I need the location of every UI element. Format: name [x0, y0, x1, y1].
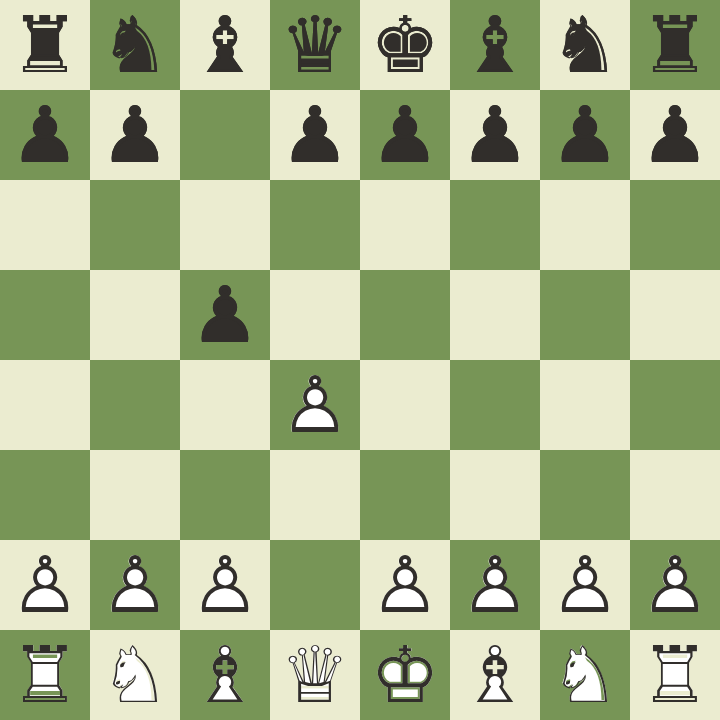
- piece-white-pawn[interactable]: ♟♙: [0, 540, 90, 630]
- square-e7[interactable]: ♟♙: [360, 90, 450, 180]
- square-g2[interactable]: ♟♙: [540, 540, 630, 630]
- square-e3[interactable]: [360, 450, 450, 540]
- white-pawn-outline: ♙: [270, 360, 360, 450]
- piece-black-pawn[interactable]: ♟♙: [0, 90, 90, 180]
- piece-white-knight[interactable]: ♞♘: [540, 630, 630, 720]
- piece-white-pawn[interactable]: ♟♙: [270, 360, 360, 450]
- square-d4[interactable]: ♟♙: [270, 360, 360, 450]
- piece-white-rook[interactable]: ♜♖: [0, 630, 90, 720]
- square-d7[interactable]: ♟♙: [270, 90, 360, 180]
- black-knight-outline: ♘: [90, 0, 180, 90]
- piece-white-knight[interactable]: ♞♘: [90, 630, 180, 720]
- square-a2[interactable]: ♟♙: [0, 540, 90, 630]
- piece-white-rook[interactable]: ♜♖: [630, 630, 720, 720]
- square-a3[interactable]: [0, 450, 90, 540]
- black-pawn-outline: ♙: [450, 90, 540, 180]
- white-queen-outline: ♕: [270, 630, 360, 720]
- black-rook-outline: ♖: [0, 0, 90, 90]
- piece-black-pawn[interactable]: ♟♙: [90, 90, 180, 180]
- square-a6[interactable]: [0, 180, 90, 270]
- square-b3[interactable]: [90, 450, 180, 540]
- white-pawn-outline: ♙: [630, 540, 720, 630]
- square-f2[interactable]: ♟♙: [450, 540, 540, 630]
- square-h4[interactable]: [630, 360, 720, 450]
- square-c3[interactable]: [180, 450, 270, 540]
- square-f5[interactable]: [450, 270, 540, 360]
- piece-black-pawn[interactable]: ♟♙: [360, 90, 450, 180]
- piece-black-bishop[interactable]: ♝♗: [180, 0, 270, 90]
- white-knight-outline: ♘: [90, 630, 180, 720]
- square-b1[interactable]: ♞♘: [90, 630, 180, 720]
- square-h6[interactable]: [630, 180, 720, 270]
- piece-black-knight[interactable]: ♞♘: [540, 0, 630, 90]
- square-h5[interactable]: [630, 270, 720, 360]
- piece-white-king[interactable]: ♚♔: [360, 630, 450, 720]
- piece-white-pawn[interactable]: ♟♙: [180, 540, 270, 630]
- square-e8[interactable]: ♚♔: [360, 0, 450, 90]
- white-bishop-outline: ♗: [450, 630, 540, 720]
- piece-black-pawn[interactable]: ♟♙: [540, 90, 630, 180]
- square-g3[interactable]: [540, 450, 630, 540]
- black-pawn-outline: ♙: [0, 90, 90, 180]
- black-king-outline: ♔: [360, 0, 450, 90]
- square-g4[interactable]: [540, 360, 630, 450]
- square-b6[interactable]: [90, 180, 180, 270]
- piece-white-pawn[interactable]: ♟♙: [360, 540, 450, 630]
- piece-white-pawn[interactable]: ♟♙: [90, 540, 180, 630]
- white-king-outline: ♔: [360, 630, 450, 720]
- black-pawn-outline: ♙: [90, 90, 180, 180]
- square-d1[interactable]: ♛♕: [270, 630, 360, 720]
- square-b4[interactable]: [90, 360, 180, 450]
- black-knight-outline: ♘: [540, 0, 630, 90]
- square-f4[interactable]: [450, 360, 540, 450]
- white-rook-outline: ♖: [0, 630, 90, 720]
- square-c2[interactable]: ♟♙: [180, 540, 270, 630]
- square-c1[interactable]: ♝♗: [180, 630, 270, 720]
- square-b5[interactable]: [90, 270, 180, 360]
- piece-black-rook[interactable]: ♜♖: [630, 0, 720, 90]
- square-g1[interactable]: ♞♘: [540, 630, 630, 720]
- square-h2[interactable]: ♟♙: [630, 540, 720, 630]
- square-c6[interactable]: [180, 180, 270, 270]
- white-pawn-outline: ♙: [0, 540, 90, 630]
- black-pawn-outline: ♙: [270, 90, 360, 180]
- black-pawn-outline: ♙: [180, 270, 270, 360]
- square-e2[interactable]: ♟♙: [360, 540, 450, 630]
- black-queen-outline: ♕: [270, 0, 360, 90]
- square-g8[interactable]: ♞♘: [540, 0, 630, 90]
- square-a1[interactable]: ♜♖: [0, 630, 90, 720]
- square-f1[interactable]: ♝♗: [450, 630, 540, 720]
- square-h7[interactable]: ♟♙: [630, 90, 720, 180]
- chess-board: ♜♖♞♘♝♗♛♕♚♔♝♗♞♘♜♖♟♙♟♙♟♙♟♙♟♙♟♙♟♙♟♙♟♙♟♙♟♙♟♙…: [0, 0, 720, 720]
- square-g6[interactable]: [540, 180, 630, 270]
- white-rook-outline: ♖: [630, 630, 720, 720]
- black-rook-outline: ♖: [630, 0, 720, 90]
- square-f3[interactable]: [450, 450, 540, 540]
- square-b7[interactable]: ♟♙: [90, 90, 180, 180]
- square-e6[interactable]: [360, 180, 450, 270]
- square-f7[interactable]: ♟♙: [450, 90, 540, 180]
- piece-white-bishop[interactable]: ♝♗: [180, 630, 270, 720]
- square-a4[interactable]: [0, 360, 90, 450]
- white-pawn-outline: ♙: [180, 540, 270, 630]
- square-b8[interactable]: ♞♘: [90, 0, 180, 90]
- white-pawn-outline: ♙: [450, 540, 540, 630]
- square-c5[interactable]: ♟♙: [180, 270, 270, 360]
- piece-black-pawn[interactable]: ♟♙: [180, 270, 270, 360]
- piece-white-bishop[interactable]: ♝♗: [450, 630, 540, 720]
- square-h3[interactable]: [630, 450, 720, 540]
- square-a7[interactable]: ♟♙: [0, 90, 90, 180]
- square-h1[interactable]: ♜♖: [630, 630, 720, 720]
- square-a8[interactable]: ♜♖: [0, 0, 90, 90]
- square-g7[interactable]: ♟♙: [540, 90, 630, 180]
- white-knight-outline: ♘: [540, 630, 630, 720]
- square-f8[interactable]: ♝♗: [450, 0, 540, 90]
- black-pawn-outline: ♙: [630, 90, 720, 180]
- black-pawn-outline: ♙: [540, 90, 630, 180]
- piece-black-rook[interactable]: ♜♖: [0, 0, 90, 90]
- piece-black-bishop[interactable]: ♝♗: [450, 0, 540, 90]
- square-d8[interactable]: ♛♕: [270, 0, 360, 90]
- white-pawn-outline: ♙: [540, 540, 630, 630]
- square-d2[interactable]: [270, 540, 360, 630]
- square-g5[interactable]: [540, 270, 630, 360]
- black-pawn-outline: ♙: [360, 90, 450, 180]
- piece-black-pawn[interactable]: ♟♙: [450, 90, 540, 180]
- square-e4[interactable]: [360, 360, 450, 450]
- square-d6[interactable]: [270, 180, 360, 270]
- square-d5[interactable]: [270, 270, 360, 360]
- square-b2[interactable]: ♟♙: [90, 540, 180, 630]
- white-bishop-outline: ♗: [180, 630, 270, 720]
- square-d3[interactable]: [270, 450, 360, 540]
- square-c7[interactable]: [180, 90, 270, 180]
- square-c8[interactable]: ♝♗: [180, 0, 270, 90]
- piece-white-pawn[interactable]: ♟♙: [450, 540, 540, 630]
- piece-black-king[interactable]: ♚♔: [360, 0, 450, 90]
- square-a5[interactable]: [0, 270, 90, 360]
- piece-white-queen[interactable]: ♛♕: [270, 630, 360, 720]
- white-pawn-outline: ♙: [360, 540, 450, 630]
- white-pawn-outline: ♙: [90, 540, 180, 630]
- square-h8[interactable]: ♜♖: [630, 0, 720, 90]
- square-e5[interactable]: [360, 270, 450, 360]
- square-c4[interactable]: [180, 360, 270, 450]
- square-e1[interactable]: ♚♔: [360, 630, 450, 720]
- piece-black-pawn[interactable]: ♟♙: [270, 90, 360, 180]
- piece-white-pawn[interactable]: ♟♙: [630, 540, 720, 630]
- piece-black-knight[interactable]: ♞♘: [90, 0, 180, 90]
- piece-black-pawn[interactable]: ♟♙: [630, 90, 720, 180]
- square-f6[interactable]: [450, 180, 540, 270]
- black-bishop-outline: ♗: [450, 0, 540, 90]
- black-bishop-outline: ♗: [180, 0, 270, 90]
- piece-white-pawn[interactable]: ♟♙: [540, 540, 630, 630]
- piece-black-queen[interactable]: ♛♕: [270, 0, 360, 90]
